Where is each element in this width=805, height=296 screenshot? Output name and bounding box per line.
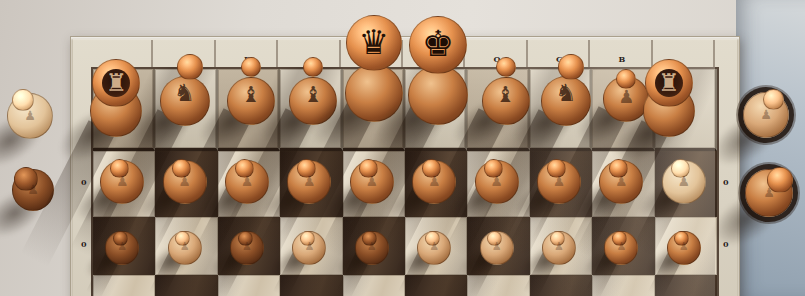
chess-board: EFQGB0000 ♜♞♝♝♛♚♝♞♟♜♟♟♟♟♟♟♟♟♟♟♟♟♟♟♟♟♟♟♟♟ xyxy=(70,36,740,296)
piece-head xyxy=(674,231,689,246)
piece-body xyxy=(408,65,468,125)
pieces-layer: ♜♞♝♝♛♚♝♞♟♜♟♟♟♟♟♟♟♟♟♟♟♟♟♟♟♟♟♟♟♟ xyxy=(71,37,739,296)
piece-head xyxy=(763,89,784,110)
piece-body xyxy=(160,76,210,126)
background-right xyxy=(736,0,805,296)
rook-crenellation xyxy=(655,69,683,97)
piece-head xyxy=(177,54,203,80)
piece-head xyxy=(409,16,467,74)
piece-body xyxy=(541,76,591,126)
piece-head xyxy=(767,167,793,193)
piece-head xyxy=(547,159,566,178)
piece-head xyxy=(14,167,38,191)
piece-head xyxy=(487,231,502,246)
piece-head xyxy=(172,159,191,178)
piece-head xyxy=(496,57,516,77)
piece-head xyxy=(346,15,402,71)
piece-head xyxy=(110,159,129,178)
piece-head xyxy=(612,231,627,246)
piece-head xyxy=(558,54,584,80)
piece-head xyxy=(484,159,503,178)
piece-head xyxy=(609,159,628,178)
piece-head xyxy=(12,89,34,111)
piece-head xyxy=(235,159,254,178)
piece-body xyxy=(227,77,275,125)
piece-head xyxy=(362,231,377,246)
piece-head xyxy=(300,231,315,246)
piece-head xyxy=(175,231,190,246)
piece-head xyxy=(297,159,316,178)
piece-head xyxy=(238,231,253,246)
piece-body xyxy=(345,64,403,122)
piece-head xyxy=(425,231,440,246)
piece-head xyxy=(550,231,565,246)
piece-head xyxy=(113,231,128,246)
board-photo-scene: Overhead photograph of a wooden chess bo… xyxy=(0,0,805,296)
piece-head xyxy=(241,57,261,77)
piece-head xyxy=(303,57,323,77)
piece-head xyxy=(671,159,690,178)
piece-body xyxy=(482,77,530,125)
piece-head xyxy=(422,159,441,178)
piece-body xyxy=(289,77,337,125)
rook-crenellation xyxy=(102,69,130,97)
piece-head xyxy=(359,159,378,178)
